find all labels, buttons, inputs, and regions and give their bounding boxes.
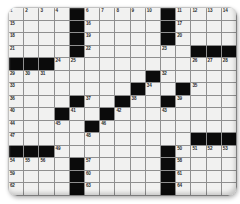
cell[interactable] [100,21,114,33]
black-cell [70,46,84,58]
cell[interactable] [55,133,69,145]
cell[interactable] [39,171,53,183]
cell[interactable]: 29 [9,71,23,83]
cell[interactable]: 30 [24,71,38,83]
cell[interactable]: 45 [55,121,69,133]
cell[interactable] [131,58,145,70]
clue-number: 64 [177,183,182,188]
cell[interactable]: 7 [100,8,114,20]
cell[interactable] [85,146,99,158]
cell[interactable] [131,33,145,45]
cell[interactable] [39,121,53,133]
cell[interactable] [207,158,221,170]
black-cell [115,96,129,108]
cell[interactable]: 8 [115,8,129,20]
cell[interactable] [55,183,69,195]
clue-number: 38 [132,96,137,101]
cell[interactable]: 12 [191,8,205,20]
cell[interactable] [100,133,114,145]
cell[interactable] [146,58,160,70]
black-cell [161,146,175,158]
cell[interactable] [161,121,175,133]
cell[interactable] [131,121,145,133]
cell[interactable]: 41 [70,108,84,120]
cell[interactable] [222,21,236,33]
cell[interactable]: 6 [85,8,99,20]
clue-number: 50 [177,146,182,151]
cell[interactable] [191,108,205,120]
cell[interactable]: 52 [207,146,221,158]
cell[interactable]: 23 [161,46,175,58]
clue-number: 24 [56,58,61,63]
cell[interactable] [146,158,160,170]
cell[interactable] [39,96,53,108]
cell[interactable]: 13 [207,8,221,20]
black-cell [161,33,175,45]
cell[interactable] [207,71,221,83]
cell[interactable] [207,121,221,133]
black-cell [207,133,221,145]
cell[interactable]: 57 [85,158,99,170]
black-cell [161,21,175,33]
cell[interactable] [222,108,236,120]
clue-number: 58 [177,158,182,163]
cell[interactable]: 54 [9,158,23,170]
cell[interactable] [100,96,114,108]
cell[interactable]: 32 [161,71,175,83]
black-cell [85,121,99,133]
clue-number: 9 [132,8,134,13]
cell[interactable] [131,71,145,83]
cell[interactable]: 48 [85,133,99,145]
clue-number: 18 [10,33,15,38]
clue-number: 12 [192,8,197,13]
black-cell [9,58,23,70]
cell[interactable] [100,58,114,70]
cell[interactable] [100,83,114,95]
cell[interactable]: 27 [207,58,221,70]
clue-number: 25 [71,58,76,63]
cell[interactable] [146,183,160,195]
cell[interactable] [24,133,38,145]
cell[interactable] [55,46,69,58]
cell[interactable]: 59 [9,171,23,183]
cell[interactable] [115,71,129,83]
cell[interactable] [222,121,236,133]
clue-number: 29 [10,71,15,76]
black-cell [191,46,205,58]
black-cell [176,83,190,95]
black-cell [161,171,175,183]
black-cell [9,146,23,158]
cell[interactable]: 62 [9,183,23,195]
cell[interactable]: 4 [55,8,69,20]
cell[interactable]: 16 [85,21,99,33]
clue-number: 51 [192,146,197,151]
cell[interactable] [24,46,38,58]
cell[interactable]: 38 [131,96,145,108]
cell[interactable] [222,158,236,170]
cell[interactable] [39,183,53,195]
cell[interactable] [85,58,99,70]
black-cell [100,108,114,120]
black-cell [70,158,84,170]
cell[interactable] [55,71,69,83]
cell[interactable] [207,96,221,108]
clue-number: 43 [162,108,167,113]
cell[interactable]: 14 [222,8,236,20]
clue-number: 37 [86,96,91,101]
cell[interactable] [70,146,84,158]
clue-number: 45 [56,121,61,126]
cell[interactable] [115,158,129,170]
cell[interactable]: 17 [176,21,190,33]
cell[interactable] [146,96,160,108]
cell[interactable] [222,183,236,195]
cell[interactable] [176,71,190,83]
cell[interactable] [207,21,221,33]
cell[interactable]: 21 [9,46,23,58]
cell[interactable] [115,171,129,183]
clue-number: 23 [162,46,167,51]
clue-number: 30 [25,71,30,76]
clue-number: 35 [192,83,197,88]
clue-number: 28 [223,58,228,63]
cell[interactable] [100,33,114,45]
cell[interactable] [191,33,205,45]
cell[interactable] [161,83,175,95]
cell[interactable]: 24 [55,58,69,70]
black-cell [70,33,84,45]
clue-number: 20 [177,33,182,38]
cell[interactable]: 19 [85,33,99,45]
cell[interactable]: 43 [161,108,175,120]
black-cell [146,71,160,83]
cell[interactable]: 64 [176,183,190,195]
cell[interactable] [100,171,114,183]
black-cell [55,108,69,120]
cell[interactable]: 55 [24,158,38,170]
cell[interactable]: 3 [39,8,53,20]
cell[interactable] [176,121,190,133]
clue-number: 1 [10,8,12,13]
black-cell [24,58,38,70]
cell[interactable]: 10 [146,8,160,20]
clue-number: 44 [10,121,15,126]
cell[interactable] [100,183,114,195]
cell[interactable] [39,46,53,58]
crossword-grid: 1234678910111213141516171819202122232425… [8,7,237,196]
clue-number: 60 [86,171,91,176]
cell[interactable]: 22 [85,46,99,58]
black-cell [70,171,84,183]
clue-number: 27 [208,58,213,63]
cell[interactable] [131,171,145,183]
black-cell [39,58,53,70]
cell[interactable] [100,158,114,170]
clue-number: 34 [147,83,152,88]
cell[interactable] [161,58,175,70]
cell[interactable] [39,83,53,95]
clue-number: 47 [10,133,15,138]
cell[interactable] [191,96,205,108]
crossword-board: 1234678910111213141516171819202122232425… [8,7,237,196]
cell[interactable] [146,21,160,33]
cell[interactable]: 58 [176,158,190,170]
cell[interactable] [70,133,84,145]
cell[interactable] [24,121,38,133]
cell[interactable] [115,21,129,33]
cell[interactable] [222,71,236,83]
cell[interactable] [222,96,236,108]
clue-number: 2 [25,8,27,13]
cell[interactable] [191,21,205,33]
clue-number: 46 [101,121,106,126]
cell[interactable]: 47 [9,133,23,145]
cell[interactable] [207,171,221,183]
cell[interactable] [146,121,160,133]
clue-number: 49 [56,146,61,151]
cell[interactable] [131,146,145,158]
cell[interactable] [146,46,160,58]
cell[interactable]: 56 [39,158,53,170]
cell[interactable] [115,146,129,158]
cell[interactable] [146,33,160,45]
clue-number: 42 [116,108,121,113]
clue-number: 54 [10,158,15,163]
cell[interactable] [100,146,114,158]
cell[interactable] [191,121,205,133]
cell[interactable]: 35 [191,83,205,95]
cell[interactable] [222,171,236,183]
cell[interactable] [207,108,221,120]
clue-number: 61 [177,171,182,176]
clue-number: 48 [86,133,91,138]
clue-number: 56 [40,158,45,163]
cell[interactable] [115,133,129,145]
cell[interactable] [146,171,160,183]
cell[interactable]: 34 [146,83,160,95]
cell[interactable] [70,71,84,83]
clue-number: 8 [116,8,118,13]
clue-number: 63 [86,183,91,188]
cell[interactable] [207,33,221,45]
cell[interactable] [115,33,129,45]
black-cell [70,8,84,20]
cell[interactable] [55,158,69,170]
cell[interactable] [131,46,145,58]
cell[interactable] [70,83,84,95]
cell[interactable]: 18 [9,33,23,45]
black-cell [161,96,175,108]
clue-number: 59 [10,171,15,176]
clue-number: 32 [162,71,167,76]
cell[interactable] [191,183,205,195]
cell[interactable] [39,133,53,145]
cell[interactable] [24,33,38,45]
clue-number: 17 [177,21,182,26]
clue-number: 3 [40,8,42,13]
black-cell [70,21,84,33]
cell[interactable]: 49 [55,146,69,158]
black-cell [161,183,175,195]
cell[interactable]: 2 [24,8,38,20]
clue-number: 62 [10,183,15,188]
cell[interactable]: 39 [176,96,190,108]
black-cell [131,83,145,95]
cell[interactable] [176,46,190,58]
cell[interactable] [85,71,99,83]
clue-number: 16 [86,21,91,26]
cell[interactable] [131,108,145,120]
cell[interactable] [161,133,175,145]
cell[interactable] [191,171,205,183]
cell[interactable] [222,83,236,95]
clue-number: 19 [86,33,91,38]
clue-number: 15 [10,21,15,26]
cell[interactable] [176,133,190,145]
cell[interactable]: 26 [191,58,205,70]
cell[interactable] [131,133,145,145]
clue-number: 10 [147,8,152,13]
cell[interactable]: 25 [70,58,84,70]
cell[interactable] [85,83,99,95]
clue-number: 40 [10,108,15,113]
cell[interactable]: 46 [100,121,114,133]
clue-number: 6 [86,8,88,13]
cell[interactable] [24,171,38,183]
cell[interactable] [131,158,145,170]
cell[interactable] [146,108,160,120]
clue-number: 55 [25,158,30,163]
cell[interactable] [115,83,129,95]
cell[interactable] [176,108,190,120]
cell[interactable] [100,71,114,83]
cell[interactable] [207,83,221,95]
clue-number: 14 [223,8,228,13]
black-cell [222,46,236,58]
black-cell [24,146,38,158]
clue-number: 22 [86,46,91,51]
cell[interactable]: 44 [9,121,23,133]
clue-number: 53 [223,146,228,151]
cell[interactable]: 15 [9,21,23,33]
clue-number: 41 [71,108,76,113]
cell[interactable] [24,96,38,108]
cell[interactable]: 33 [9,83,23,95]
cell[interactable] [176,58,190,70]
cell[interactable] [39,33,53,45]
cell[interactable] [100,46,114,58]
cell[interactable]: 50 [176,146,190,158]
cell[interactable]: 53 [222,146,236,158]
cell[interactable] [222,33,236,45]
cell[interactable] [55,21,69,33]
cell[interactable]: 61 [176,171,190,183]
cell[interactable] [55,96,69,108]
cell[interactable] [70,121,84,133]
clue-number: 52 [208,146,213,151]
black-cell [222,133,236,145]
cell[interactable] [24,108,38,120]
clue-number: 4 [56,8,58,13]
clue-number: 26 [192,58,197,63]
black-cell [70,183,84,195]
black-cell [207,46,221,58]
cell[interactable]: 9 [131,8,145,20]
black-cell [161,8,175,20]
cell[interactable] [146,133,160,145]
cell[interactable] [131,21,145,33]
cell[interactable] [146,146,160,158]
cell[interactable]: 36 [9,96,23,108]
cell[interactable] [39,21,53,33]
cell[interactable] [24,21,38,33]
clue-number: 21 [10,46,15,51]
cell[interactable]: 1 [9,8,23,20]
cell[interactable] [55,171,69,183]
cell[interactable] [191,158,205,170]
cell[interactable]: 42 [115,108,129,120]
cell[interactable]: 28 [222,58,236,70]
cell[interactable] [55,83,69,95]
cell[interactable] [115,121,129,133]
cell[interactable] [115,58,129,70]
cell[interactable]: 51 [191,146,205,158]
cell[interactable] [24,83,38,95]
clue-number: 11 [177,8,181,13]
clue-number: 33 [10,83,15,88]
cell[interactable] [115,46,129,58]
cell[interactable] [191,71,205,83]
clue-number: 36 [10,96,15,101]
cell[interactable]: 37 [85,96,99,108]
cell[interactable]: 63 [85,183,99,195]
black-cell [70,96,84,108]
black-cell [161,158,175,170]
cell[interactable] [115,183,129,195]
black-cell [39,146,53,158]
cell[interactable]: 60 [85,171,99,183]
clue-number: 7 [101,8,103,13]
cell[interactable] [39,108,53,120]
cell[interactable] [55,33,69,45]
cell[interactable]: 11 [176,8,190,20]
cell[interactable] [24,183,38,195]
cell[interactable] [207,183,221,195]
cell[interactable] [85,108,99,120]
clue-number: 57 [86,158,91,163]
cell[interactable] [131,183,145,195]
cell[interactable]: 31 [39,71,53,83]
clue-number: 13 [208,8,213,13]
cell[interactable]: 40 [9,108,23,120]
clue-number: 31 [40,71,45,76]
cell[interactable]: 20 [176,33,190,45]
clue-number: 39 [177,96,182,101]
black-cell [191,133,205,145]
